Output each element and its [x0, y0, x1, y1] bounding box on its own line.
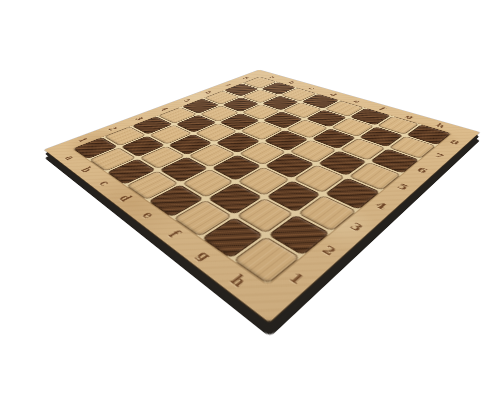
square-f5[interactable] — [289, 140, 336, 163]
square-g1[interactable] — [201, 217, 264, 259]
square-g2[interactable] — [235, 197, 294, 234]
square-h1[interactable] — [233, 237, 300, 285]
label-rank-3-right: 3 — [348, 221, 366, 233]
label-file-e-far: e — [352, 99, 362, 103]
square-d2[interactable] — [159, 157, 209, 183]
square-h5[interactable] — [349, 162, 401, 190]
label-file-d-far: d — [328, 93, 338, 97]
label-file-e-near: e — [140, 210, 157, 220]
label-file-a-far: a — [268, 75, 277, 78]
label-rank-7-right: 7 — [432, 152, 445, 159]
label-rank-5-right: 5 — [395, 182, 410, 191]
label-file-d-near: d — [117, 193, 134, 203]
label-file-g-near: g — [194, 249, 214, 263]
label-file-f-far: f — [378, 107, 387, 111]
square-f2[interactable] — [207, 182, 262, 214]
square-b1[interactable] — [89, 147, 136, 171]
label-rank-6-right: 6 — [415, 166, 429, 174]
square-e2[interactable] — [182, 169, 234, 198]
label-rank-4-right: 4 — [373, 200, 389, 210]
label-rank-1-right: 1 — [286, 271, 307, 287]
square-c1[interactable] — [106, 159, 156, 185]
square-f1[interactable] — [173, 200, 232, 237]
square-e4[interactable] — [239, 142, 286, 165]
chess-board: aa11bb22cc33dd44ee55ff66gg77hh88 — [44, 70, 479, 323]
square-d3[interactable] — [189, 144, 236, 167]
chessboard-product-image: aa11bb22cc33dd44ee55ff66gg77hh88 — [0, 0, 500, 400]
square-c2[interactable] — [139, 146, 186, 170]
square-e1[interactable] — [148, 184, 203, 217]
square-d1[interactable] — [126, 171, 178, 200]
square-h3[interactable] — [298, 195, 357, 231]
label-file-c-far: c — [307, 87, 317, 91]
label-file-c-near: c — [97, 179, 112, 187]
board-grid — [73, 77, 452, 285]
square-f4[interactable] — [265, 152, 315, 178]
label-file-h-far: h — [434, 123, 446, 129]
board-tilt-wrapper: aa11bb22cc33dd44ee55ff66gg77hh88 — [0, 0, 500, 400]
label-file-a-near: a — [63, 154, 77, 161]
square-g6[interactable] — [339, 138, 386, 161]
square-g4[interactable] — [293, 164, 345, 193]
square-e3[interactable] — [212, 155, 262, 181]
square-h7[interactable] — [389, 136, 436, 159]
board-perspective-wrapper: aa11bb22cc33dd44ee55ff66gg77hh88 — [0, 0, 500, 400]
label-file-f-near: f — [166, 229, 182, 239]
label-file-b-far: b — [287, 81, 297, 85]
label-rank-2-right: 2 — [319, 244, 338, 258]
square-g3[interactable] — [266, 180, 321, 212]
label-file-b-near: b — [79, 166, 94, 174]
label-file-g-far: g — [404, 114, 416, 119]
label-rank-8-right: 8 — [448, 139, 461, 146]
label-file-h-near: h — [228, 273, 249, 289]
square-h2[interactable] — [268, 214, 331, 255]
square-g5[interactable] — [317, 150, 367, 176]
square-h6[interactable] — [370, 148, 420, 173]
square-h4[interactable] — [325, 178, 380, 210]
square-f3[interactable] — [237, 167, 289, 196]
